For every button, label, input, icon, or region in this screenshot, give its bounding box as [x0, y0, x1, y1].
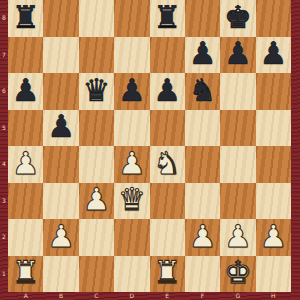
square-g3[interactable]: [220, 183, 255, 220]
file-label-e: E: [150, 292, 185, 300]
square-b5[interactable]: ♟: [43, 110, 78, 147]
square-e8[interactable]: ♜: [150, 0, 185, 37]
square-g4[interactable]: [220, 146, 255, 183]
file-label-f: F: [185, 292, 220, 300]
square-a6[interactable]: ♟: [8, 73, 43, 110]
piece-white-pawn-a4[interactable]: ♟: [12, 148, 40, 179]
piece-black-king-g8[interactable]: ♚: [224, 2, 252, 33]
square-f2[interactable]: ♟: [185, 219, 220, 256]
square-e7[interactable]: [150, 37, 185, 74]
piece-white-king-g1[interactable]: ♚: [224, 257, 252, 288]
rank-label-4: 4: [0, 146, 8, 183]
square-f4[interactable]: [185, 146, 220, 183]
file-label-c: C: [79, 292, 114, 300]
piece-black-pawn-d6[interactable]: ♟: [118, 75, 146, 106]
square-b2[interactable]: ♟: [43, 219, 78, 256]
square-a2[interactable]: [8, 219, 43, 256]
square-a3[interactable]: [8, 183, 43, 220]
piece-black-knight-f6[interactable]: ♞: [189, 75, 217, 106]
square-a1[interactable]: ♜: [8, 256, 43, 293]
square-b8[interactable]: [43, 0, 78, 37]
piece-white-pawn-f2[interactable]: ♟: [189, 221, 217, 252]
square-b3[interactable]: [43, 183, 78, 220]
square-d2[interactable]: [114, 219, 149, 256]
square-h3[interactable]: [256, 183, 291, 220]
piece-white-pawn-b2[interactable]: ♟: [47, 221, 75, 252]
square-d5[interactable]: [114, 110, 149, 147]
piece-white-knight-e4[interactable]: ♞: [153, 148, 181, 179]
square-d3[interactable]: ♛: [114, 183, 149, 220]
square-c2[interactable]: [79, 219, 114, 256]
square-e6[interactable]: ♟: [150, 73, 185, 110]
file-label-d: D: [114, 292, 149, 300]
piece-black-pawn-g7[interactable]: ♟: [224, 38, 252, 69]
piece-white-pawn-h2[interactable]: ♟: [259, 221, 287, 252]
piece-white-rook-a1[interactable]: ♜: [12, 257, 40, 288]
file-label-b: B: [43, 292, 78, 300]
square-c4[interactable]: [79, 146, 114, 183]
square-h5[interactable]: [256, 110, 291, 147]
square-a7[interactable]: [8, 37, 43, 74]
piece-white-pawn-c3[interactable]: ♟: [83, 184, 111, 215]
square-e5[interactable]: [150, 110, 185, 147]
piece-black-pawn-e6[interactable]: ♟: [153, 75, 181, 106]
square-f5[interactable]: [185, 110, 220, 147]
square-e1[interactable]: ♜: [150, 256, 185, 293]
rank-label-7: 7: [0, 37, 8, 74]
piece-black-pawn-b5[interactable]: ♟: [47, 111, 75, 142]
square-g1[interactable]: ♚: [220, 256, 255, 293]
square-g2[interactable]: ♟: [220, 219, 255, 256]
square-h8[interactable]: [256, 0, 291, 37]
piece-black-pawn-a6[interactable]: ♟: [12, 75, 40, 106]
rank-label-3: 3: [0, 183, 8, 220]
file-coordinates: ABCDEFGH: [8, 292, 291, 300]
square-g5[interactable]: [220, 110, 255, 147]
rank-label-8: 8: [0, 0, 8, 37]
square-d7[interactable]: [114, 37, 149, 74]
square-f8[interactable]: [185, 0, 220, 37]
square-c6[interactable]: ♛: [79, 73, 114, 110]
piece-white-rook-e1[interactable]: ♜: [153, 257, 181, 288]
square-f7[interactable]: ♟: [185, 37, 220, 74]
square-b6[interactable]: [43, 73, 78, 110]
square-a5[interactable]: [8, 110, 43, 147]
square-a8[interactable]: ♜: [8, 0, 43, 37]
piece-black-rook-e8[interactable]: ♜: [153, 2, 181, 33]
square-c5[interactable]: [79, 110, 114, 147]
piece-black-rook-a8[interactable]: ♜: [12, 2, 40, 33]
file-label-h: H: [256, 292, 291, 300]
square-c7[interactable]: [79, 37, 114, 74]
square-g8[interactable]: ♚: [220, 0, 255, 37]
square-h4[interactable]: [256, 146, 291, 183]
square-c1[interactable]: [79, 256, 114, 293]
square-d1[interactable]: [114, 256, 149, 293]
chess-board: ♜♜♚♟♟♟♟♛♟♟♞♟♟♟♞♟♛♟♟♟♟♜♜♚: [8, 0, 291, 292]
square-b7[interactable]: [43, 37, 78, 74]
piece-black-pawn-f7[interactable]: ♟: [189, 38, 217, 69]
piece-white-pawn-d4[interactable]: ♟: [118, 148, 146, 179]
square-b1[interactable]: [43, 256, 78, 293]
piece-black-pawn-h7[interactable]: ♟: [259, 38, 287, 69]
square-h6[interactable]: [256, 73, 291, 110]
square-g7[interactable]: ♟: [220, 37, 255, 74]
rank-label-6: 6: [0, 73, 8, 110]
chess-board-widget: 87654321 ♜♜♚♟♟♟♟♛♟♟♞♟♟♟♞♟♛♟♟♟♟♜♜♚ ABCDEF…: [0, 0, 300, 300]
square-d8[interactable]: [114, 0, 149, 37]
rank-label-1: 1: [0, 256, 8, 293]
piece-white-pawn-g2[interactable]: ♟: [224, 221, 252, 252]
piece-white-queen-d3[interactable]: ♛: [118, 184, 146, 215]
rank-coordinates: 87654321: [0, 0, 8, 292]
square-d6[interactable]: ♟: [114, 73, 149, 110]
rank-label-2: 2: [0, 219, 8, 256]
square-h2[interactable]: ♟: [256, 219, 291, 256]
rank-label-5: 5: [0, 110, 8, 147]
file-label-a: A: [8, 292, 43, 300]
piece-black-queen-c6[interactable]: ♛: [83, 75, 111, 106]
square-c3[interactable]: ♟: [79, 183, 114, 220]
square-e4[interactable]: ♞: [150, 146, 185, 183]
square-f3[interactable]: [185, 183, 220, 220]
square-d4[interactable]: ♟: [114, 146, 149, 183]
square-f1[interactable]: [185, 256, 220, 293]
file-label-g: G: [220, 292, 255, 300]
square-c8[interactable]: [79, 0, 114, 37]
square-e3[interactable]: [150, 183, 185, 220]
square-h1[interactable]: [256, 256, 291, 293]
square-h7[interactable]: ♟: [256, 37, 291, 74]
square-g6[interactable]: [220, 73, 255, 110]
square-e2[interactable]: [150, 219, 185, 256]
square-f6[interactable]: ♞: [185, 73, 220, 110]
square-a4[interactable]: ♟: [8, 146, 43, 183]
square-b4[interactable]: [43, 146, 78, 183]
